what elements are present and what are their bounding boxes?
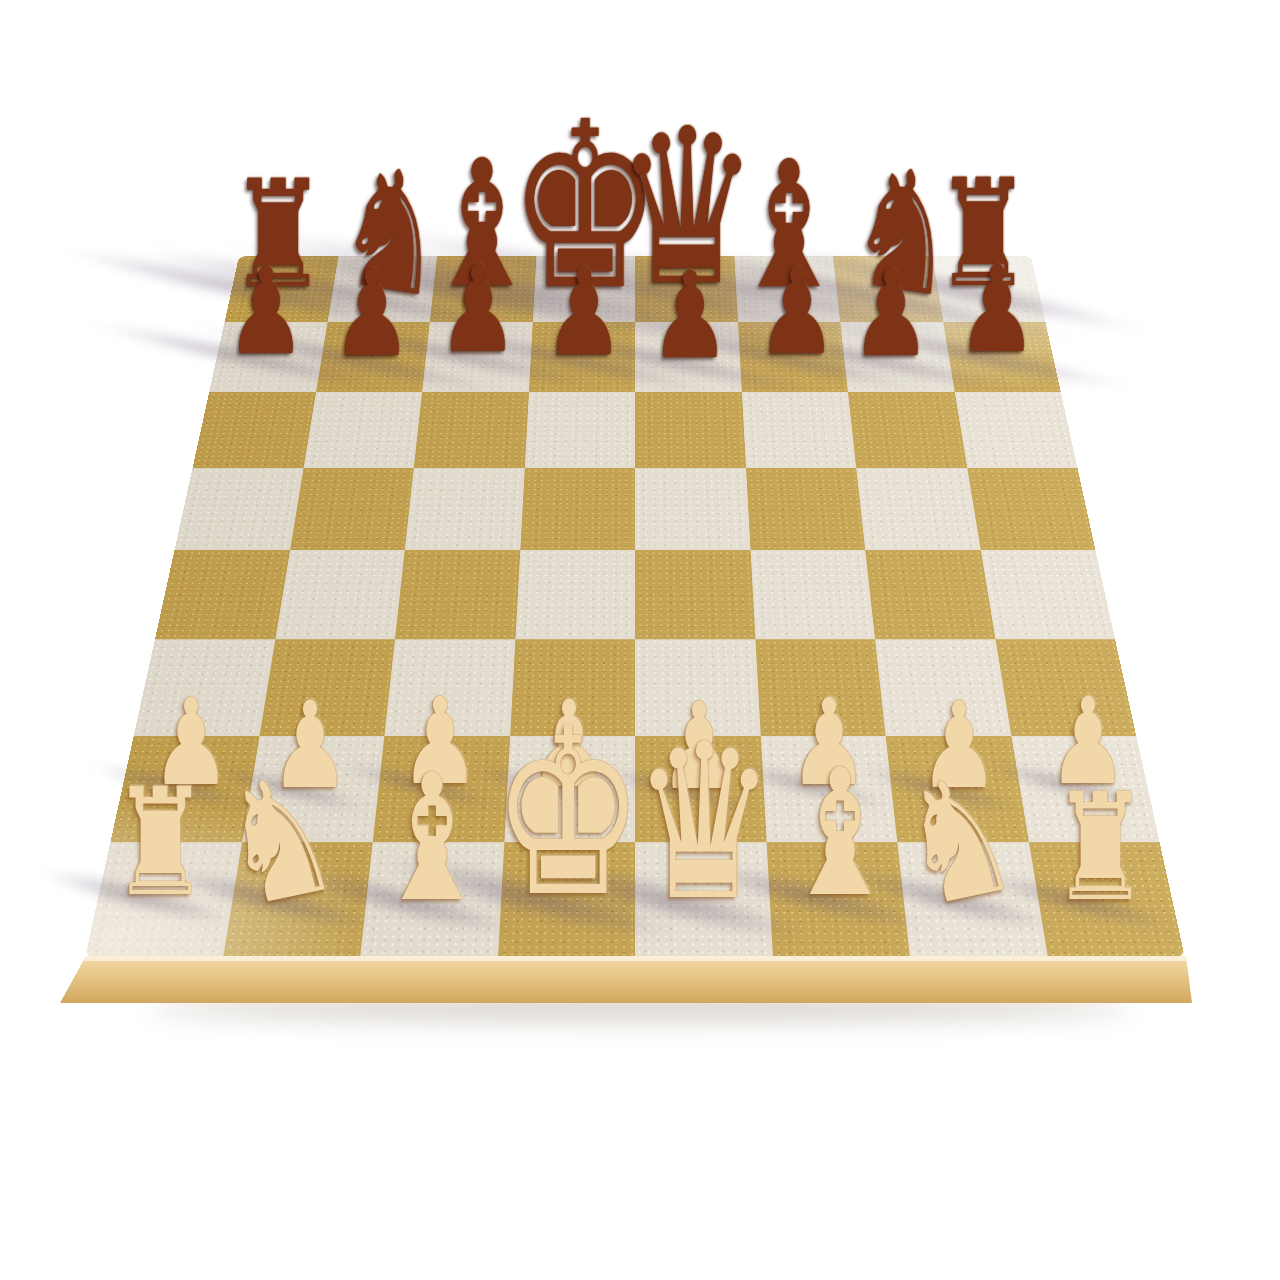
square-d4 — [515, 550, 635, 639]
square-f1 — [766, 842, 910, 958]
square-h1 — [1028, 842, 1185, 958]
square-a7 — [209, 322, 327, 392]
square-b6 — [303, 392, 422, 468]
square-b3 — [259, 639, 395, 736]
square-a5 — [175, 468, 304, 550]
square-g7 — [840, 322, 954, 392]
square-g1 — [897, 842, 1047, 958]
square-f4 — [750, 550, 875, 639]
square-f7 — [738, 322, 848, 392]
square-e1 — [635, 842, 773, 958]
square-c2 — [373, 736, 510, 842]
square-f5 — [746, 468, 866, 550]
square-a2 — [111, 736, 260, 842]
square-h6 — [954, 392, 1077, 468]
photo-scene: ♜♞♝♚♛♝♞♜♟♟♟♟♟♟♟♟♟♟♟♟♟♟♟♟♜♞♝♚♛♝♞♜ — [0, 0, 1280, 1280]
square-h2 — [1011, 736, 1160, 842]
square-h8 — [932, 256, 1045, 321]
square-e7 — [635, 322, 741, 392]
square-h5 — [967, 468, 1096, 550]
square-f6 — [741, 392, 856, 468]
square-g4 — [865, 550, 995, 639]
square-a3 — [134, 639, 275, 736]
square-d7 — [529, 322, 635, 392]
square-e5 — [635, 468, 750, 550]
square-g6 — [848, 392, 967, 468]
square-a4 — [155, 550, 290, 639]
square-a8 — [225, 256, 338, 321]
square-f8 — [734, 256, 840, 321]
square-h4 — [980, 550, 1115, 639]
square-a1 — [85, 842, 242, 958]
square-c4 — [395, 550, 520, 639]
square-c3 — [384, 639, 515, 736]
square-c8 — [430, 256, 536, 321]
square-g8 — [833, 256, 943, 321]
square-b7 — [316, 322, 430, 392]
square-e2 — [635, 736, 766, 842]
square-b2 — [242, 736, 385, 842]
square-c7 — [422, 322, 532, 392]
square-b1 — [223, 842, 373, 958]
square-c5 — [405, 468, 525, 550]
square-e4 — [635, 550, 755, 639]
square-h7 — [943, 322, 1061, 392]
square-d8 — [532, 256, 635, 321]
square-c1 — [360, 842, 504, 958]
square-f3 — [755, 639, 886, 736]
square-h3 — [995, 639, 1136, 736]
square-d2 — [504, 736, 635, 842]
square-e3 — [635, 639, 760, 736]
chess-board — [85, 256, 1185, 958]
square-d6 — [524, 392, 635, 468]
square-b5 — [290, 468, 414, 550]
square-e8 — [635, 256, 738, 321]
square-d3 — [510, 639, 635, 736]
square-b4 — [275, 550, 405, 639]
square-b8 — [327, 256, 437, 321]
square-d1 — [498, 842, 636, 958]
square-f2 — [760, 736, 897, 842]
square-a6 — [193, 392, 316, 468]
square-c6 — [414, 392, 529, 468]
board-front-edge — [60, 956, 1192, 1003]
square-d5 — [520, 468, 635, 550]
square-g2 — [886, 736, 1029, 842]
square-e6 — [635, 392, 746, 468]
square-g3 — [875, 639, 1011, 736]
square-g5 — [856, 468, 980, 550]
